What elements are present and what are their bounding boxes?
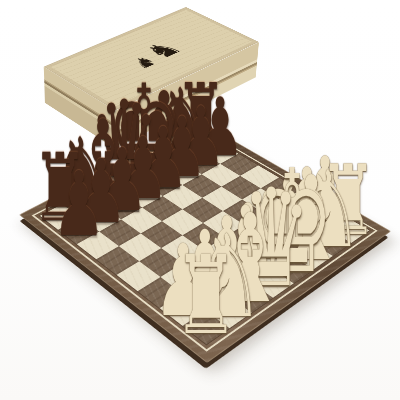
wooden-storage-box: ♞ ♞ bbox=[45, 41, 256, 149]
board-squares bbox=[39, 131, 371, 346]
chess-board: ♞ ♞ bbox=[19, 121, 391, 363]
box-logo: ♞ ♞ bbox=[119, 38, 187, 71]
scene: ♞ ♞ bbox=[0, 0, 400, 400]
